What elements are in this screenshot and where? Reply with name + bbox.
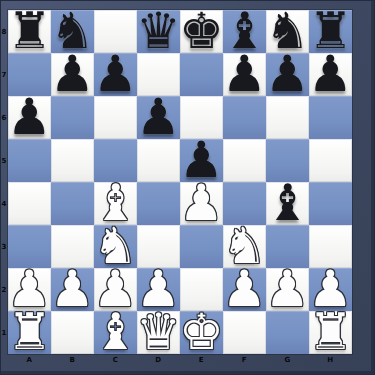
square-e1[interactable]: ♚	[180, 311, 223, 354]
file-label-h: H	[309, 354, 352, 366]
piece-black-bishop[interactable]: ♝	[266, 182, 309, 225]
piece-white-pawn[interactable]: ♟	[266, 268, 309, 311]
square-a6[interactable]: ♟	[8, 96, 51, 139]
square-b4[interactable]	[51, 182, 94, 225]
square-d6[interactable]: ♟	[137, 96, 180, 139]
square-g4[interactable]: ♝	[266, 182, 309, 225]
board-frame: ♜♞♛♚♝♞♜♟♟♟♟♟♟♟♟♝♟♝♞♞♟♟♟♟♟♟♟♜♝♛♚♜ 8765432…	[0, 0, 375, 375]
square-d5[interactable]	[137, 139, 180, 182]
piece-black-pawn[interactable]: ♟	[223, 53, 266, 96]
square-c6[interactable]	[94, 96, 137, 139]
piece-white-pawn[interactable]: ♟	[223, 268, 266, 311]
square-b7[interactable]: ♟	[51, 53, 94, 96]
square-e3[interactable]	[180, 225, 223, 268]
square-e4[interactable]: ♟	[180, 182, 223, 225]
piece-white-rook[interactable]: ♜	[309, 311, 352, 354]
square-e7[interactable]	[180, 53, 223, 96]
square-h6[interactable]	[309, 96, 352, 139]
square-a1[interactable]: ♜	[8, 311, 51, 354]
square-h7[interactable]: ♟	[309, 53, 352, 96]
square-d1[interactable]: ♛	[137, 311, 180, 354]
square-b2[interactable]: ♟	[51, 268, 94, 311]
square-g6[interactable]	[266, 96, 309, 139]
rank-label-7: 7	[0, 53, 8, 96]
file-label-b: B	[51, 354, 94, 366]
file-label-c: C	[94, 354, 137, 366]
piece-black-pawn[interactable]: ♟	[94, 53, 137, 96]
piece-black-pawn[interactable]: ♟	[137, 96, 180, 139]
square-b5[interactable]	[51, 139, 94, 182]
chess-board: ♜♞♛♚♝♞♜♟♟♟♟♟♟♟♟♝♟♝♞♞♟♟♟♟♟♟♟♜♝♛♚♜	[8, 10, 352, 354]
square-a5[interactable]	[8, 139, 51, 182]
file-label-f: F	[223, 354, 266, 366]
square-g2[interactable]: ♟	[266, 268, 309, 311]
piece-white-pawn[interactable]: ♟	[51, 268, 94, 311]
square-c7[interactable]: ♟	[94, 53, 137, 96]
square-b1[interactable]	[51, 311, 94, 354]
square-c1[interactable]: ♝	[94, 311, 137, 354]
piece-black-pawn[interactable]: ♟	[309, 53, 352, 96]
rank-label-4: 4	[0, 182, 8, 225]
square-a8[interactable]: ♜	[8, 10, 51, 53]
square-h4[interactable]	[309, 182, 352, 225]
rank-label-8: 8	[0, 10, 8, 53]
square-f5[interactable]	[223, 139, 266, 182]
piece-white-king[interactable]: ♚	[180, 311, 223, 354]
rank-label-3: 3	[0, 225, 8, 268]
square-d4[interactable]	[137, 182, 180, 225]
square-f7[interactable]: ♟	[223, 53, 266, 96]
piece-white-queen[interactable]: ♛	[137, 311, 180, 354]
piece-black-pawn[interactable]: ♟	[8, 96, 51, 139]
square-e8[interactable]: ♚	[180, 10, 223, 53]
square-a4[interactable]	[8, 182, 51, 225]
file-label-e: E	[180, 354, 223, 366]
square-f2[interactable]: ♟	[223, 268, 266, 311]
file-label-g: G	[266, 354, 309, 366]
square-h5[interactable]	[309, 139, 352, 182]
square-d8[interactable]: ♛	[137, 10, 180, 53]
rank-label-5: 5	[0, 139, 8, 182]
piece-white-rook[interactable]: ♜	[8, 311, 51, 354]
square-h1[interactable]: ♜	[309, 311, 352, 354]
square-g7[interactable]: ♟	[266, 53, 309, 96]
piece-white-bishop[interactable]: ♝	[94, 311, 137, 354]
rank-label-1: 1	[0, 311, 8, 354]
square-g1[interactable]	[266, 311, 309, 354]
piece-black-queen[interactable]: ♛	[137, 10, 180, 53]
square-b6[interactable]	[51, 96, 94, 139]
file-label-d: D	[137, 354, 180, 366]
square-f1[interactable]	[223, 311, 266, 354]
piece-black-king[interactable]: ♚	[180, 10, 223, 53]
rank-label-6: 6	[0, 96, 8, 139]
file-label-a: A	[8, 354, 51, 366]
piece-black-pawn[interactable]: ♟	[51, 53, 94, 96]
piece-black-rook[interactable]: ♜	[8, 10, 51, 53]
piece-white-pawn[interactable]: ♟	[180, 182, 223, 225]
square-f6[interactable]	[223, 96, 266, 139]
rank-label-2: 2	[0, 268, 8, 311]
piece-black-pawn[interactable]: ♟	[266, 53, 309, 96]
